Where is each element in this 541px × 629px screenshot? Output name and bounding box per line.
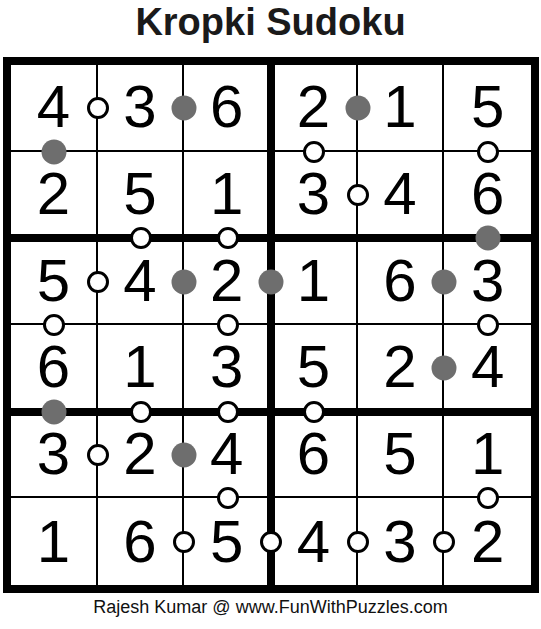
kropki-dot-white [347, 184, 369, 206]
kropki-dot-white [173, 531, 195, 553]
kropki-dot-white [477, 141, 499, 163]
page: Kropki Sudoku 43621525134654216361352432… [0, 0, 541, 629]
cell-digit: 1 [297, 251, 330, 311]
cell-digit: 6 [471, 164, 504, 224]
kropki-dot-white [87, 444, 109, 466]
kropki-dot-black [259, 269, 284, 294]
cell-r4c3[interactable]: 3 [184, 325, 271, 412]
puzzle-title: Kropki Sudoku [0, 1, 541, 44]
cell-r1c5[interactable]: 1 [358, 65, 445, 152]
cell-digit: 1 [471, 424, 504, 484]
cell-digit: 1 [210, 164, 243, 224]
kropki-dot-white [130, 401, 152, 423]
cell-digit: 6 [37, 337, 70, 397]
kropki-dot-black [42, 399, 67, 424]
cell-digit: 2 [37, 164, 70, 224]
kropki-dot-black [172, 96, 197, 121]
kropki-dot-black [345, 96, 370, 121]
cell-digit: 2 [471, 512, 504, 572]
cell-r6c3[interactable]: 5 [184, 498, 271, 585]
cell-digit: 4 [37, 77, 70, 137]
cell-r6c1[interactable]: 1 [11, 498, 98, 585]
cell-r4c6[interactable]: 4 [444, 325, 531, 412]
cell-r5c5[interactable]: 5 [358, 412, 445, 499]
box-border-horizontal-2 [11, 408, 531, 416]
kropki-dot-black [42, 139, 67, 164]
kropki-dot-white [87, 271, 109, 293]
cell-digit: 4 [297, 512, 330, 572]
cell-digit: 4 [383, 164, 416, 224]
cell-digit: 2 [297, 77, 330, 137]
kropki-dot-white [217, 314, 239, 336]
cell-r5c3[interactable]: 4 [184, 412, 271, 499]
kropki-dot-white [217, 401, 239, 423]
kropki-dot-black [432, 269, 457, 294]
cell-r1c3[interactable]: 6 [184, 65, 271, 152]
kropki-dot-white [303, 401, 325, 423]
cell-digit: 3 [297, 164, 330, 224]
kropki-dot-white [303, 141, 325, 163]
cell-digit: 6 [210, 77, 243, 137]
cell-digit: 3 [210, 337, 243, 397]
cell-r2c2[interactable]: 5 [98, 152, 185, 239]
cell-r3c4[interactable]: 1 [271, 238, 358, 325]
cell-digit: 1 [37, 512, 70, 572]
cell-digit: 6 [383, 251, 416, 311]
cell-digit: 1 [123, 337, 156, 397]
kropki-dot-white [477, 314, 499, 336]
kropki-dot-white [260, 531, 282, 553]
board: 436215251346542163613524324651165432 [3, 57, 539, 593]
cell-digit: 5 [383, 424, 416, 484]
cell-digit: 6 [123, 512, 156, 572]
cell-digit: 2 [123, 424, 156, 484]
cell-digit: 3 [37, 424, 70, 484]
credit-text: Rajesh Kumar @ www.FunWithPuzzles.com [0, 597, 541, 618]
cell-r5c6[interactable]: 1 [444, 412, 531, 499]
cell-digit: 4 [210, 424, 243, 484]
cell-r6c6[interactable]: 2 [444, 498, 531, 585]
box-border-vertical [267, 65, 275, 585]
cell-digit: 5 [210, 512, 243, 572]
kropki-dot-white [217, 227, 239, 249]
cell-r2c1[interactable]: 2 [11, 152, 98, 239]
cell-r3c6[interactable]: 3 [444, 238, 531, 325]
cell-r6c2[interactable]: 6 [98, 498, 185, 585]
cell-r2c3[interactable]: 1 [184, 152, 271, 239]
kropki-dot-black [432, 356, 457, 381]
cell-r4c4[interactable]: 5 [271, 325, 358, 412]
kropki-dot-black [172, 269, 197, 294]
kropki-dot-white [130, 227, 152, 249]
cell-r2c4[interactable]: 3 [271, 152, 358, 239]
cell-r2c5[interactable]: 4 [358, 152, 445, 239]
kropki-dot-white [87, 97, 109, 119]
cell-r1c6[interactable]: 5 [444, 65, 531, 152]
cell-digit: 3 [383, 512, 416, 572]
kropki-dot-white [433, 531, 455, 553]
board-inner: 436215251346542163613524324651165432 [11, 65, 531, 585]
kropki-dot-black [475, 226, 500, 251]
cell-r5c4[interactable]: 6 [271, 412, 358, 499]
kropki-dot-white [217, 487, 239, 509]
cell-digit: 2 [383, 337, 416, 397]
cell-digit: 5 [297, 337, 330, 397]
cell-r3c1[interactable]: 5 [11, 238, 98, 325]
cell-r4c2[interactable]: 1 [98, 325, 185, 412]
cell-digit: 5 [37, 251, 70, 311]
kropki-dot-white [347, 531, 369, 553]
kropki-dot-white [477, 487, 499, 509]
cell-r6c4[interactable]: 4 [271, 498, 358, 585]
cell-digit: 6 [297, 424, 330, 484]
cell-digit: 3 [123, 77, 156, 137]
cell-digit: 5 [471, 77, 504, 137]
kropki-dot-black [172, 443, 197, 468]
cell-r6c5[interactable]: 3 [358, 498, 445, 585]
kropki-dot-white [43, 314, 65, 336]
cell-digit: 2 [210, 251, 243, 311]
cell-digit: 4 [471, 337, 504, 397]
cell-digit: 4 [123, 251, 156, 311]
cell-r5c1[interactable]: 3 [11, 412, 98, 499]
box-border-horizontal-1 [11, 234, 531, 242]
cell-digit: 1 [383, 77, 416, 137]
cell-digit: 3 [471, 251, 504, 311]
cell-digit: 5 [123, 164, 156, 224]
